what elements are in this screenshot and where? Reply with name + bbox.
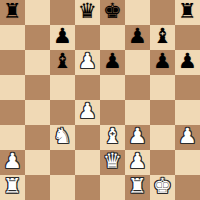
piece-black-rook[interactable]: ♜ bbox=[3, 1, 22, 22]
piece-black-pawn[interactable]: ♟ bbox=[153, 51, 172, 72]
piece-black-king[interactable]: ♚ bbox=[103, 1, 122, 22]
chess-board: ♜♛♚♜♟♟♝♝♟♟♟♟♟♞♝♟♟♟♛♟♜♜♚ bbox=[0, 0, 200, 200]
piece-black-pawn[interactable]: ♟ bbox=[53, 26, 72, 47]
square-g3[interactable] bbox=[150, 125, 175, 150]
piece-black-rook[interactable]: ♜ bbox=[178, 1, 197, 22]
square-g8[interactable] bbox=[150, 0, 175, 25]
piece-white-pawn[interactable]: ♟ bbox=[78, 51, 97, 72]
square-e7[interactable] bbox=[100, 25, 125, 50]
piece-white-rook[interactable]: ♜ bbox=[128, 176, 147, 197]
square-e5[interactable] bbox=[100, 75, 125, 100]
square-e2[interactable]: ♛ bbox=[100, 150, 125, 175]
square-g6[interactable]: ♟ bbox=[150, 50, 175, 75]
square-d6[interactable]: ♟ bbox=[75, 50, 100, 75]
piece-white-pawn[interactable]: ♟ bbox=[128, 126, 147, 147]
piece-black-pawn[interactable]: ♟ bbox=[178, 51, 197, 72]
piece-white-rook[interactable]: ♜ bbox=[3, 176, 22, 197]
square-f3[interactable]: ♟ bbox=[125, 125, 150, 150]
piece-white-pawn[interactable]: ♟ bbox=[78, 101, 97, 122]
square-d7[interactable] bbox=[75, 25, 100, 50]
square-h3[interactable]: ♟ bbox=[175, 125, 200, 150]
square-d4[interactable]: ♟ bbox=[75, 100, 100, 125]
piece-black-bishop[interactable]: ♝ bbox=[153, 26, 172, 47]
square-c1[interactable] bbox=[50, 175, 75, 200]
square-b2[interactable] bbox=[25, 150, 50, 175]
square-h5[interactable] bbox=[175, 75, 200, 100]
square-c7[interactable]: ♟ bbox=[50, 25, 75, 50]
square-f7[interactable]: ♟ bbox=[125, 25, 150, 50]
square-h4[interactable] bbox=[175, 100, 200, 125]
square-f1[interactable]: ♜ bbox=[125, 175, 150, 200]
square-a3[interactable] bbox=[0, 125, 25, 150]
square-b5[interactable] bbox=[25, 75, 50, 100]
square-f5[interactable] bbox=[125, 75, 150, 100]
square-h7[interactable] bbox=[175, 25, 200, 50]
square-g7[interactable]: ♝ bbox=[150, 25, 175, 50]
piece-black-queen[interactable]: ♛ bbox=[78, 1, 97, 22]
square-b7[interactable] bbox=[25, 25, 50, 50]
square-h1[interactable] bbox=[175, 175, 200, 200]
square-b6[interactable] bbox=[25, 50, 50, 75]
square-c8[interactable] bbox=[50, 0, 75, 25]
square-h6[interactable]: ♟ bbox=[175, 50, 200, 75]
square-f2[interactable]: ♟ bbox=[125, 150, 150, 175]
square-g2[interactable] bbox=[150, 150, 175, 175]
square-a1[interactable]: ♜ bbox=[0, 175, 25, 200]
square-h2[interactable] bbox=[175, 150, 200, 175]
square-a5[interactable] bbox=[0, 75, 25, 100]
square-a4[interactable] bbox=[0, 100, 25, 125]
square-g4[interactable] bbox=[150, 100, 175, 125]
square-d2[interactable] bbox=[75, 150, 100, 175]
piece-black-bishop[interactable]: ♝ bbox=[53, 51, 72, 72]
square-d5[interactable] bbox=[75, 75, 100, 100]
square-a6[interactable] bbox=[0, 50, 25, 75]
square-e8[interactable]: ♚ bbox=[100, 0, 125, 25]
square-c3[interactable]: ♞ bbox=[50, 125, 75, 150]
square-d3[interactable] bbox=[75, 125, 100, 150]
square-a7[interactable] bbox=[0, 25, 25, 50]
piece-black-pawn[interactable]: ♟ bbox=[128, 26, 147, 47]
square-b4[interactable] bbox=[25, 100, 50, 125]
piece-white-bishop[interactable]: ♝ bbox=[103, 126, 122, 147]
square-g5[interactable] bbox=[150, 75, 175, 100]
piece-white-queen[interactable]: ♛ bbox=[103, 151, 122, 172]
square-e6[interactable]: ♟ bbox=[100, 50, 125, 75]
square-e1[interactable] bbox=[100, 175, 125, 200]
square-a2[interactable]: ♟ bbox=[0, 150, 25, 175]
square-b3[interactable] bbox=[25, 125, 50, 150]
square-h8[interactable]: ♜ bbox=[175, 0, 200, 25]
piece-white-knight[interactable]: ♞ bbox=[53, 126, 72, 147]
square-b1[interactable] bbox=[25, 175, 50, 200]
square-e4[interactable] bbox=[100, 100, 125, 125]
piece-black-pawn[interactable]: ♟ bbox=[103, 51, 122, 72]
square-c4[interactable] bbox=[50, 100, 75, 125]
square-f6[interactable] bbox=[125, 50, 150, 75]
square-f4[interactable] bbox=[125, 100, 150, 125]
square-b8[interactable] bbox=[25, 0, 50, 25]
square-g1[interactable]: ♚ bbox=[150, 175, 175, 200]
square-c2[interactable] bbox=[50, 150, 75, 175]
square-f8[interactable] bbox=[125, 0, 150, 25]
square-e3[interactable]: ♝ bbox=[100, 125, 125, 150]
square-d1[interactable] bbox=[75, 175, 100, 200]
square-a8[interactable]: ♜ bbox=[0, 0, 25, 25]
piece-white-pawn[interactable]: ♟ bbox=[178, 126, 197, 147]
square-c5[interactable] bbox=[50, 75, 75, 100]
square-d8[interactable]: ♛ bbox=[75, 0, 100, 25]
piece-white-king[interactable]: ♚ bbox=[153, 176, 172, 197]
square-c6[interactable]: ♝ bbox=[50, 50, 75, 75]
piece-white-pawn[interactable]: ♟ bbox=[3, 151, 22, 172]
piece-white-pawn[interactable]: ♟ bbox=[128, 151, 147, 172]
